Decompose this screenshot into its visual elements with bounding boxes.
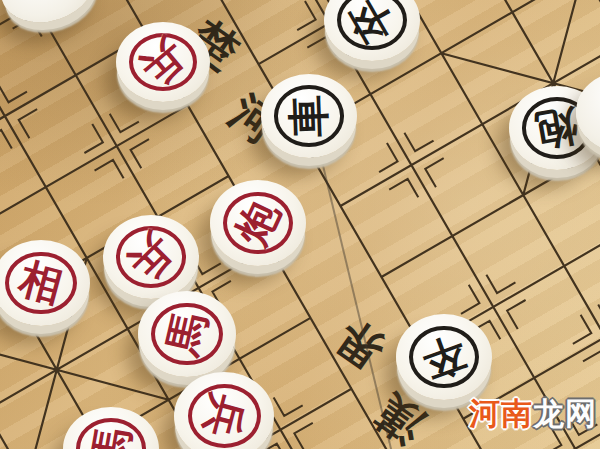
piece-character: 炮	[533, 104, 582, 153]
piece-ring: 兵	[188, 384, 261, 448]
piece-red-horse-1[interactable]: 馬	[138, 291, 236, 377]
piece-ring: 馬	[76, 418, 146, 449]
piece-ring: 馬	[151, 303, 223, 366]
watermark-text-orange: 河南	[469, 396, 533, 431]
watermark: 河南龙网	[469, 393, 597, 435]
piece-ring: 兵	[116, 226, 186, 287]
piece-character: 炮	[230, 195, 286, 251]
xiangqi-photo-scene: 楚 河 漢 界 兵 卒 車 炮 炮 兵	[0, 0, 600, 449]
piece-red-cannon[interactable]: 炮	[210, 180, 306, 266]
watermark-text-white: 龙网	[533, 396, 597, 431]
piece-character: 卒	[417, 330, 471, 384]
piece-character: 兵	[198, 390, 249, 441]
piece-character: 卒	[343, 0, 400, 49]
piece-character: 馬	[162, 309, 212, 359]
piece-ring: 車	[274, 85, 344, 146]
piece-character: 兵	[133, 32, 192, 91]
piece-black-chariot[interactable]: 車	[261, 74, 357, 158]
piece-black-soldier-2[interactable]: 卒	[396, 314, 492, 400]
piece-ring: 卒	[337, 0, 407, 50]
piece-ring: 兵	[129, 33, 198, 91]
piece-ring: 相	[5, 252, 77, 315]
piece-character: 車	[287, 94, 330, 137]
piece-character: 馬	[87, 425, 136, 449]
piece-character: 兵	[121, 227, 180, 286]
piece-red-soldier-2[interactable]: 兵	[103, 215, 199, 299]
piece-character: 相	[15, 257, 66, 308]
piece-ring: 卒	[409, 326, 479, 389]
piece-ring: 炮	[223, 192, 293, 255]
piece-red-soldier-1[interactable]: 兵	[116, 22, 210, 102]
